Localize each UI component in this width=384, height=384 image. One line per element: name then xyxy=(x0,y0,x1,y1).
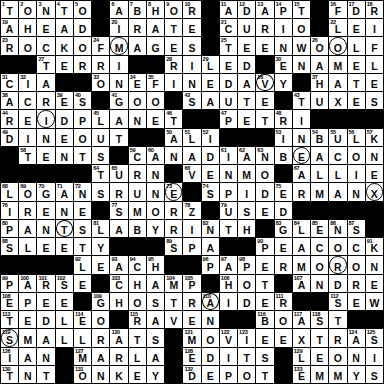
grid-cell[interactable]: E xyxy=(92,256,109,273)
grid-cell[interactable]: E xyxy=(256,293,273,310)
grid-cell[interactable]: 94C xyxy=(129,256,146,273)
grid-cell[interactable]: S xyxy=(238,202,255,219)
grid-cell[interactable]: 85E xyxy=(311,220,328,237)
grid-cell[interactable]: 5O xyxy=(74,1,91,18)
grid-cell[interactable]: 2O xyxy=(19,1,36,18)
grid-cell[interactable]: 14P xyxy=(275,1,292,18)
grid-cell[interactable]: A xyxy=(56,19,73,36)
grid-cell[interactable]: D xyxy=(275,202,292,219)
grid-cell[interactable]: 93A xyxy=(110,256,127,273)
grid-cell[interactable]: M xyxy=(110,37,127,54)
grid-cell[interactable]: V xyxy=(165,311,182,328)
grid-cell[interactable]: 58T xyxy=(19,147,36,164)
grid-cell[interactable]: 25T xyxy=(220,37,237,54)
grid-cell[interactable]: 107A xyxy=(293,275,310,292)
grid-cell[interactable]: D xyxy=(74,19,91,36)
grid-cell[interactable]: O xyxy=(74,129,91,146)
grid-cell[interactable]: E xyxy=(147,110,164,127)
grid-cell[interactable]: T xyxy=(110,129,127,146)
grid-cell[interactable]: L xyxy=(366,56,383,73)
grid-cell[interactable]: A xyxy=(147,275,164,292)
grid-cell[interactable]: E xyxy=(348,19,365,36)
grid-cell[interactable]: 80P xyxy=(1,220,18,237)
grid-cell[interactable]: D xyxy=(37,311,54,328)
grid-cell[interactable]: 86N xyxy=(329,220,346,237)
grid-cell[interactable]: 8H xyxy=(147,1,164,18)
grid-cell[interactable]: 89S xyxy=(165,238,182,255)
grid-cell[interactable]: N xyxy=(348,348,365,365)
grid-cell[interactable]: S xyxy=(366,366,383,383)
grid-cell[interactable]: R xyxy=(256,19,273,36)
grid-cell[interactable]: 43T xyxy=(293,92,310,109)
grid-cell[interactable]: 32I xyxy=(19,74,36,91)
grid-cell[interactable]: 4T xyxy=(56,1,73,18)
grid-cell[interactable]: I xyxy=(183,220,200,237)
grid-cell[interactable]: 121M xyxy=(183,329,200,346)
grid-cell[interactable]: A xyxy=(329,74,346,91)
grid-cell[interactable]: N xyxy=(110,74,127,91)
grid-cell[interactable]: 26O xyxy=(311,37,328,54)
grid-cell[interactable]: E xyxy=(256,92,273,109)
grid-cell[interactable]: N xyxy=(366,147,383,164)
grid-cell[interactable]: E xyxy=(56,293,73,310)
grid-cell[interactable]: 18R xyxy=(366,1,383,18)
grid-cell[interactable]: X xyxy=(293,329,310,346)
grid-cell[interactable]: T xyxy=(220,220,237,237)
grid-cell[interactable]: 52I xyxy=(202,129,219,146)
grid-cell[interactable]: 67A xyxy=(293,165,310,182)
grid-cell[interactable]: R xyxy=(19,202,36,219)
grid-cell[interactable]: A xyxy=(183,147,200,164)
grid-cell[interactable]: H xyxy=(238,220,255,237)
grid-cell[interactable]: 33O xyxy=(92,74,109,91)
grid-cell[interactable]: N xyxy=(366,256,383,273)
grid-cell[interactable]: 110A xyxy=(202,293,219,310)
grid-cell[interactable]: 87S xyxy=(348,220,365,237)
grid-cell[interactable]: E xyxy=(220,56,237,73)
grid-cell[interactable]: O xyxy=(238,275,255,292)
grid-cell[interactable]: 92L xyxy=(74,256,91,273)
grid-cell[interactable]: L xyxy=(56,311,73,328)
grid-cell[interactable]: 34E xyxy=(129,74,146,91)
grid-cell[interactable]: 45L xyxy=(92,110,109,127)
grid-cell[interactable]: T xyxy=(329,311,346,328)
grid-cell[interactable]: 131O xyxy=(74,366,91,383)
grid-cell[interactable]: 90P xyxy=(256,238,273,255)
grid-cell[interactable]: E xyxy=(275,238,292,255)
grid-cell[interactable]: S xyxy=(366,92,383,109)
grid-cell[interactable]: A xyxy=(329,183,346,200)
grid-cell[interactable]: 31C xyxy=(1,74,18,91)
grid-cell[interactable]: N xyxy=(293,129,310,146)
grid-cell[interactable]: R xyxy=(92,329,109,346)
grid-cell[interactable]: N xyxy=(37,129,54,146)
grid-cell[interactable]: A xyxy=(202,238,219,255)
grid-cell[interactable]: 57K xyxy=(366,129,383,146)
grid-cell[interactable]: 127M xyxy=(74,348,91,365)
grid-cell[interactable]: 117A xyxy=(293,311,310,328)
grid-cell[interactable]: I xyxy=(165,74,182,91)
grid-cell[interactable]: M xyxy=(19,329,36,346)
grid-cell[interactable]: 100A xyxy=(19,275,36,292)
grid-cell[interactable]: 1T xyxy=(1,1,18,18)
grid-cell[interactable]: 113T xyxy=(1,311,18,328)
grid-cell[interactable]: E xyxy=(348,92,365,109)
grid-cell[interactable]: O xyxy=(329,238,346,255)
grid-cell[interactable]: 56L xyxy=(348,129,365,146)
grid-cell[interactable]: 7B xyxy=(129,1,146,18)
grid-cell[interactable]: 75E xyxy=(275,183,292,200)
grid-cell[interactable]: I xyxy=(348,165,365,182)
grid-cell[interactable]: W xyxy=(293,37,310,54)
grid-cell[interactable]: E xyxy=(256,256,273,273)
grid-cell[interactable]: 49D xyxy=(1,129,18,146)
grid-cell[interactable]: A xyxy=(110,220,127,237)
grid-cell[interactable]: M xyxy=(311,183,328,200)
grid-cell[interactable]: Y xyxy=(348,366,365,383)
grid-cell[interactable]: M xyxy=(238,165,255,182)
grid-cell[interactable]: O xyxy=(129,293,146,310)
grid-cell[interactable]: 46T xyxy=(165,110,182,127)
grid-cell[interactable]: R xyxy=(129,165,146,182)
grid-cell[interactable]: R xyxy=(165,220,182,237)
grid-cell[interactable]: R xyxy=(37,92,54,109)
grid-cell[interactable]: Y xyxy=(92,238,109,255)
grid-cell[interactable]: 106H xyxy=(220,275,237,292)
grid-cell[interactable]: E xyxy=(366,165,383,182)
grid-cell[interactable]: 95H xyxy=(147,256,164,273)
grid-cell[interactable]: 78Z xyxy=(183,202,200,219)
grid-cell[interactable]: Y xyxy=(147,220,164,237)
grid-cell[interactable]: O xyxy=(74,37,91,54)
grid-cell[interactable]: 21C xyxy=(220,19,237,36)
grid-cell[interactable]: 24F xyxy=(92,37,109,54)
grid-cell[interactable]: W xyxy=(366,293,383,310)
grid-cell[interactable]: 10R xyxy=(183,1,200,18)
grid-cell[interactable]: 36V xyxy=(256,74,273,91)
grid-cell[interactable]: T xyxy=(256,366,273,383)
grid-cell[interactable]: 51L xyxy=(183,129,200,146)
grid-cell[interactable]: K xyxy=(110,366,127,383)
grid-cell[interactable]: E xyxy=(56,238,73,255)
grid-cell[interactable]: T xyxy=(256,275,273,292)
grid-cell[interactable]: S xyxy=(92,183,109,200)
grid-cell[interactable]: N xyxy=(129,110,146,127)
grid-cell[interactable]: 91K xyxy=(366,238,383,255)
grid-cell[interactable]: E xyxy=(56,56,73,73)
grid-cell[interactable]: E xyxy=(56,129,73,146)
grid-cell[interactable]: 65U xyxy=(110,165,127,182)
grid-cell[interactable]: 119S xyxy=(1,329,18,346)
grid-cell[interactable]: N xyxy=(37,220,54,237)
grid-cell[interactable]: 109G xyxy=(92,293,109,310)
grid-cell[interactable]: T xyxy=(311,329,328,346)
grid-cell[interactable]: C xyxy=(311,238,328,255)
grid-cell[interactable]: A xyxy=(311,147,328,164)
grid-cell[interactable]: O xyxy=(19,37,36,54)
grid-cell[interactable]: H xyxy=(19,19,36,36)
grid-cell[interactable]: 71A xyxy=(56,183,73,200)
grid-cell[interactable]: 120A xyxy=(110,329,127,346)
grid-cell[interactable]: 103C xyxy=(110,275,127,292)
grid-cell[interactable]: A xyxy=(37,329,54,346)
grid-cell[interactable]: T xyxy=(165,293,182,310)
grid-cell[interactable]: 54B xyxy=(311,129,328,146)
grid-cell[interactable]: 83G xyxy=(275,220,292,237)
grid-cell[interactable]: L xyxy=(329,165,346,182)
grid-cell[interactable]: A xyxy=(19,220,36,237)
grid-cell[interactable]: I xyxy=(238,183,255,200)
grid-cell[interactable]: A xyxy=(238,74,255,91)
grid-cell[interactable]: 74S xyxy=(202,183,219,200)
grid-cell[interactable]: E xyxy=(311,348,328,365)
grid-cell[interactable]: L xyxy=(348,37,365,54)
grid-cell[interactable]: E xyxy=(19,110,36,127)
grid-cell[interactable]: 79U xyxy=(220,202,237,219)
grid-cell[interactable]: P xyxy=(220,183,237,200)
grid-cell[interactable]: 41G xyxy=(110,92,127,109)
grid-cell[interactable]: D xyxy=(238,293,255,310)
grid-cell[interactable]: 129L xyxy=(293,348,310,365)
grid-cell[interactable]: I xyxy=(37,110,54,127)
grid-cell[interactable]: I xyxy=(366,348,383,365)
grid-cell[interactable]: P xyxy=(74,110,91,127)
grid-cell[interactable]: X xyxy=(366,183,383,200)
grid-cell[interactable]: E xyxy=(74,202,91,219)
grid-cell[interactable]: S xyxy=(147,329,164,346)
grid-cell[interactable]: E xyxy=(183,311,200,328)
grid-cell[interactable]: E xyxy=(37,293,54,310)
grid-cell[interactable]: M xyxy=(311,366,328,383)
grid-cell[interactable]: 6A xyxy=(110,1,127,18)
grid-cell[interactable]: 69O xyxy=(19,183,36,200)
grid-cell[interactable]: 59C xyxy=(129,147,146,164)
grid-cell[interactable]: R xyxy=(293,183,310,200)
grid-cell[interactable]: N xyxy=(220,165,237,182)
grid-cell[interactable]: L xyxy=(56,329,73,346)
grid-cell[interactable]: 48R xyxy=(275,110,292,127)
grid-cell[interactable]: A xyxy=(293,238,310,255)
grid-cell[interactable]: O xyxy=(329,348,346,365)
grid-cell[interactable]: A xyxy=(147,348,164,365)
grid-cell[interactable]: 104M xyxy=(165,275,182,292)
grid-cell[interactable]: R xyxy=(92,56,109,73)
grid-cell[interactable]: C xyxy=(19,92,36,109)
grid-cell[interactable]: 81L xyxy=(92,220,109,237)
grid-cell[interactable]: R xyxy=(329,329,346,346)
grid-cell[interactable]: E xyxy=(366,74,383,91)
grid-cell[interactable]: N xyxy=(147,183,164,200)
grid-cell[interactable]: 23R xyxy=(1,37,18,54)
grid-cell[interactable]: O xyxy=(348,256,365,273)
grid-cell[interactable]: 44R xyxy=(1,110,18,127)
grid-cell[interactable]: 82N xyxy=(202,220,219,237)
grid-cell[interactable]: C xyxy=(348,238,365,255)
grid-cell[interactable]: O xyxy=(129,92,146,109)
grid-cell[interactable]: N xyxy=(92,366,109,383)
grid-cell[interactable]: 68L xyxy=(1,183,18,200)
grid-cell[interactable]: E xyxy=(37,147,54,164)
grid-cell[interactable]: K xyxy=(56,37,73,54)
grid-cell[interactable]: N xyxy=(311,275,328,292)
grid-cell[interactable]: N xyxy=(56,147,73,164)
grid-cell[interactable]: 61I xyxy=(220,147,237,164)
grid-cell[interactable]: 64T xyxy=(92,165,109,182)
grid-cell[interactable]: 40S xyxy=(74,92,91,109)
grid-cell[interactable]: H xyxy=(110,293,127,310)
grid-cell[interactable]: 13A xyxy=(256,1,273,18)
grid-cell[interactable]: A xyxy=(147,311,164,328)
grid-cell[interactable]: 35F xyxy=(147,74,164,91)
grid-cell[interactable]: 3N xyxy=(37,1,54,18)
grid-cell[interactable]: 29L xyxy=(202,56,219,73)
grid-cell[interactable]: O xyxy=(329,37,346,54)
grid-cell[interactable]: N xyxy=(147,165,164,182)
grid-cell[interactable]: D xyxy=(238,56,255,73)
grid-cell[interactable]: E xyxy=(37,238,54,255)
grid-cell[interactable]: E xyxy=(256,37,273,54)
grid-cell[interactable]: I xyxy=(19,129,36,146)
grid-cell[interactable]: C xyxy=(37,37,54,54)
grid-cell[interactable]: R xyxy=(183,293,200,310)
grid-cell[interactable]: M xyxy=(129,202,146,219)
grid-cell[interactable]: B xyxy=(129,220,146,237)
grid-cell[interactable]: 124A xyxy=(348,329,365,346)
grid-cell[interactable]: 53I xyxy=(275,129,292,146)
grid-cell[interactable]: T xyxy=(37,366,54,383)
grid-cell[interactable]: N xyxy=(37,348,54,365)
grid-cell[interactable]: 128E xyxy=(183,348,200,365)
grid-cell[interactable]: N xyxy=(56,202,73,219)
grid-cell[interactable]: R xyxy=(129,19,146,36)
grid-cell[interactable]: S xyxy=(74,220,91,237)
grid-cell[interactable]: A xyxy=(110,110,127,127)
grid-cell[interactable]: 19A xyxy=(1,19,18,36)
grid-cell[interactable]: 84L xyxy=(293,220,310,237)
grid-cell[interactable]: L xyxy=(19,238,36,255)
grid-cell[interactable]: N xyxy=(348,183,365,200)
grid-cell[interactable]: 122V xyxy=(220,329,237,346)
grid-cell[interactable]: 37H xyxy=(311,74,328,91)
grid-cell[interactable]: R xyxy=(348,275,365,292)
grid-cell[interactable]: 132D xyxy=(183,366,200,383)
grid-cell[interactable]: O xyxy=(92,311,109,328)
grid-cell[interactable]: T xyxy=(74,238,91,255)
grid-cell[interactable]: T xyxy=(238,92,255,109)
grid-cell[interactable]: P xyxy=(220,366,237,383)
grid-cell[interactable]: O xyxy=(256,165,273,182)
grid-cell[interactable]: M xyxy=(329,56,346,73)
grid-cell[interactable]: Y xyxy=(275,74,292,91)
grid-cell[interactable]: 42S xyxy=(183,92,200,109)
grid-cell[interactable]: 27T xyxy=(37,56,54,73)
grid-cell[interactable]: 99P xyxy=(1,275,18,292)
grid-cell[interactable]: O xyxy=(275,311,292,328)
grid-cell[interactable]: X xyxy=(329,92,346,109)
grid-cell[interactable]: T xyxy=(165,19,182,36)
grid-cell[interactable]: N xyxy=(202,311,219,328)
grid-cell[interactable]: R xyxy=(165,202,182,219)
grid-cell[interactable]: 22L xyxy=(329,19,346,36)
grid-cell[interactable]: 66V xyxy=(183,165,200,182)
grid-cell[interactable]: E xyxy=(202,165,219,182)
grid-cell[interactable]: M xyxy=(293,256,310,273)
grid-cell[interactable]: T xyxy=(56,220,73,237)
grid-cell[interactable]: 30E xyxy=(275,56,292,73)
grid-cell[interactable]: T xyxy=(238,348,255,365)
grid-cell[interactable]: Y xyxy=(147,366,164,383)
grid-cell[interactable]: E xyxy=(348,293,365,310)
grid-cell[interactable]: 123I xyxy=(238,329,255,346)
grid-cell[interactable]: P xyxy=(183,238,200,255)
grid-cell[interactable]: 38A xyxy=(1,92,18,109)
grid-cell[interactable]: L xyxy=(311,165,328,182)
grid-cell[interactable]: I xyxy=(220,293,237,310)
grid-cell[interactable]: O xyxy=(311,256,328,273)
grid-cell[interactable]: 55U xyxy=(329,129,346,146)
grid-cell[interactable]: 97A xyxy=(220,256,237,273)
grid-cell[interactable]: A xyxy=(92,348,109,365)
grid-cell[interactable]: O xyxy=(348,147,365,164)
grid-cell[interactable]: A xyxy=(202,92,219,109)
grid-cell[interactable]: E xyxy=(348,56,365,73)
grid-cell[interactable]: I xyxy=(110,56,127,73)
grid-cell[interactable]: 70G xyxy=(37,183,54,200)
grid-cell[interactable]: D xyxy=(202,348,219,365)
grid-cell[interactable]: O xyxy=(293,19,310,36)
grid-cell[interactable]: E xyxy=(256,202,273,219)
grid-cell[interactable]: 105P xyxy=(183,275,200,292)
grid-cell[interactable]: 96P xyxy=(202,256,219,273)
grid-cell[interactable]: U xyxy=(238,19,255,36)
grid-cell[interactable]: R xyxy=(110,348,127,365)
grid-cell[interactable]: E xyxy=(293,147,310,164)
grid-cell[interactable]: E xyxy=(366,275,383,292)
grid-cell[interactable]: E xyxy=(256,329,273,346)
grid-cell[interactable]: 88S xyxy=(1,238,18,255)
grid-cell[interactable]: 133E xyxy=(293,366,310,383)
grid-cell[interactable]: R xyxy=(329,256,346,273)
grid-cell[interactable]: H xyxy=(129,275,146,292)
grid-cell[interactable]: E xyxy=(238,110,255,127)
grid-cell[interactable]: 130T xyxy=(1,366,18,383)
grid-cell[interactable]: T xyxy=(256,110,273,127)
grid-cell[interactable]: E xyxy=(165,37,182,54)
grid-cell[interactable]: U xyxy=(220,92,237,109)
grid-cell[interactable]: D xyxy=(220,74,237,91)
grid-cell[interactable]: 72N xyxy=(74,183,91,200)
grid-cell[interactable]: R xyxy=(74,56,91,73)
grid-cell[interactable]: A xyxy=(311,56,328,73)
grid-cell[interactable]: A xyxy=(37,74,54,91)
grid-cell[interactable]: 126I xyxy=(1,348,18,365)
grid-cell[interactable]: S xyxy=(92,147,109,164)
grid-cell[interactable]: 20I xyxy=(110,19,127,36)
grid-cell[interactable]: 16F xyxy=(329,1,346,18)
grid-cell[interactable]: O xyxy=(238,366,255,383)
grid-cell[interactable]: D xyxy=(202,147,219,164)
grid-cell[interactable]: E xyxy=(202,74,219,91)
grid-cell[interactable]: 17D xyxy=(348,1,365,18)
grid-cell[interactable]: U xyxy=(311,92,328,109)
grid-cell[interactable]: U xyxy=(129,183,146,200)
grid-cell[interactable]: E xyxy=(37,19,54,36)
grid-cell[interactable]: 11A xyxy=(220,1,237,18)
grid-cell[interactable]: D xyxy=(329,275,346,292)
grid-cell[interactable]: P xyxy=(19,293,36,310)
grid-cell[interactable]: L xyxy=(129,348,146,365)
grid-cell[interactable]: I xyxy=(293,110,310,127)
